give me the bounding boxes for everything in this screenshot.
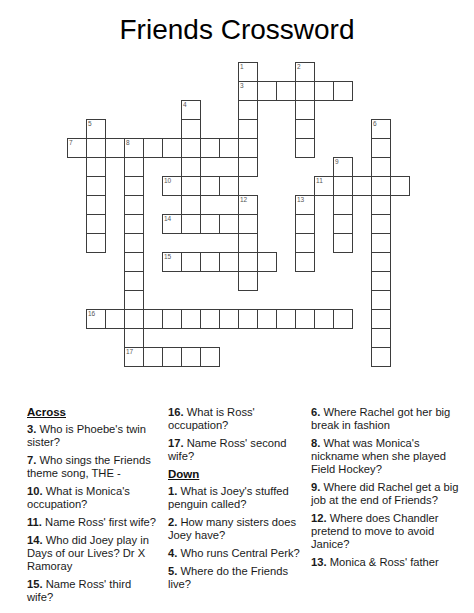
clues-column-3: 6. Where Rachel got her big break in fas… xyxy=(311,406,463,574)
grid-cell-r4c6[interactable] xyxy=(181,138,201,158)
cell-number-9: 9 xyxy=(335,158,339,165)
grid-cell-r1c9[interactable]: 3 xyxy=(238,81,258,101)
grid-cell-r4c1[interactable] xyxy=(86,138,106,158)
grid-cell-r4c12[interactable] xyxy=(295,138,315,158)
grid-cell-r1c11[interactable] xyxy=(276,81,296,101)
grid-cell-r15c5[interactable] xyxy=(162,347,182,367)
grid-cell-r4c16[interactable] xyxy=(371,138,391,158)
grid-cell-r8c9[interactable] xyxy=(238,214,258,234)
grid-cell-r6c3[interactable] xyxy=(124,176,144,196)
grid-cell-r8c12[interactable] xyxy=(295,214,315,234)
grid-cell-r13c5[interactable] xyxy=(162,309,182,329)
grid-cell-r4c7[interactable] xyxy=(200,138,220,158)
grid-cell-r1c14[interactable] xyxy=(333,81,353,101)
grid-cell-r3c1[interactable]: 5 xyxy=(86,119,106,139)
clue-number-label: 8. xyxy=(311,437,320,449)
grid-cell-r13c9[interactable] xyxy=(238,309,258,329)
grid-cell-r8c1[interactable] xyxy=(86,214,106,234)
clues-column-2: 16. What is Ross' occupation?17. Name Ro… xyxy=(168,406,304,596)
grid-cell-r8c6[interactable] xyxy=(181,214,201,234)
grid-cell-r3c9[interactable] xyxy=(238,119,258,139)
clues-column-1: Across3. Who is Phoebe's twin sister?7. … xyxy=(27,406,160,609)
cell-number-10: 10 xyxy=(164,177,171,184)
grid-cell-r6c16[interactable] xyxy=(371,176,391,196)
grid-cell-r9c1[interactable] xyxy=(86,233,106,253)
grid-cell-r10c10[interactable] xyxy=(257,252,277,272)
clue-6: 6. Where Rachel got her big break in fas… xyxy=(311,406,463,432)
grid-cell-r13c8[interactable] xyxy=(219,309,239,329)
grid-cell-r10c6[interactable] xyxy=(181,252,201,272)
grid-cell-r5c6[interactable] xyxy=(181,157,201,177)
grid-cell-r13c3[interactable] xyxy=(124,309,144,329)
grid-cell-r7c9[interactable]: 12 xyxy=(238,195,258,215)
grid-cell-r13c6[interactable] xyxy=(181,309,201,329)
page-title: Friends Crossword xyxy=(0,14,474,46)
clue-2: 2. How many sisters does Joey have? xyxy=(168,516,304,542)
grid-cell-r2c6[interactable]: 4 xyxy=(181,100,201,120)
grid-cell-r13c10[interactable] xyxy=(257,309,277,329)
clue-number-label: 6. xyxy=(311,406,320,418)
grid-cell-r5c9[interactable] xyxy=(238,157,258,177)
clue-number-label: 2. xyxy=(168,516,177,528)
cell-number-8: 8 xyxy=(126,139,130,146)
grid-cell-r6c6[interactable] xyxy=(181,176,201,196)
clue-14: 14. Who did Joey play in Days of our Liv… xyxy=(27,534,160,573)
grid-cell-r6c15[interactable] xyxy=(352,176,372,196)
clue-number-label: 12. xyxy=(311,512,327,524)
grid-cell-r7c6[interactable] xyxy=(181,195,201,215)
grid-cell-r6c1[interactable] xyxy=(86,176,106,196)
grid-cell-r15c7[interactable] xyxy=(200,347,220,367)
grid-cell-r15c6[interactable] xyxy=(181,347,201,367)
cell-number-3: 3 xyxy=(240,82,244,89)
crossword-grid: 1234567891011121314151617 xyxy=(67,62,410,367)
grid-cell-r8c16[interactable] xyxy=(371,214,391,234)
grid-cell-r4c2[interactable] xyxy=(105,138,125,158)
grid-cell-r14c3[interactable] xyxy=(124,328,144,348)
clue-number-label: 1. xyxy=(168,485,177,497)
grid-cell-r6c8[interactable] xyxy=(219,176,239,196)
grid-cell-r4c3[interactable]: 8 xyxy=(124,138,144,158)
grid-cell-r0c12[interactable]: 2 xyxy=(295,62,315,82)
cell-number-5: 5 xyxy=(88,120,92,127)
grid-cell-r13c11[interactable] xyxy=(276,309,296,329)
clue-5: 5. Where do the Friends live? xyxy=(168,565,304,591)
grid-cell-r10c8[interactable] xyxy=(219,252,239,272)
clue-number-label: 14. xyxy=(27,534,43,546)
grid-cell-r7c3[interactable] xyxy=(124,195,144,215)
grid-cell-r13c14[interactable] xyxy=(333,309,353,329)
clue-number-label: 10. xyxy=(27,485,43,497)
cell-number-4: 4 xyxy=(183,101,187,108)
grid-cell-r9c12[interactable] xyxy=(295,233,315,253)
clue-17: 17. Name Ross' second wife? xyxy=(168,437,304,463)
cell-number-2: 2 xyxy=(297,63,301,70)
grid-cell-r10c16[interactable] xyxy=(371,252,391,272)
clue-number-label: 4. xyxy=(168,547,177,559)
grid-cell-r9c14[interactable] xyxy=(333,233,353,253)
cell-number-6: 6 xyxy=(373,120,377,127)
cell-number-13: 13 xyxy=(297,196,304,203)
clue-12: 12. Where does Chandler pretend to move … xyxy=(311,512,463,551)
grid-cell-r15c3[interactable]: 17 xyxy=(124,347,144,367)
grid-cell-r5c16[interactable] xyxy=(371,157,391,177)
grid-cell-r6c17[interactable] xyxy=(390,176,410,196)
clue-number-label: 17. xyxy=(168,437,184,449)
grid-cell-r1c10[interactable] xyxy=(257,81,277,101)
down-header: Down xyxy=(168,468,304,480)
clue-number-label: 9. xyxy=(311,481,320,493)
clue-number-label: 15. xyxy=(27,578,43,590)
clue-9: 9. Where did Rachel get a big job at the… xyxy=(311,481,463,507)
grid-cell-r12c3[interactable] xyxy=(124,290,144,310)
grid-cell-r8c7[interactable] xyxy=(200,214,220,234)
cell-number-1: 1 xyxy=(240,63,244,70)
cell-number-16: 16 xyxy=(88,310,95,317)
grid-cell-r3c12[interactable] xyxy=(295,119,315,139)
clue-number-label: 7. xyxy=(27,454,36,466)
grid-cell-r8c14[interactable] xyxy=(333,214,353,234)
clue-7: 7. Who sings the Friends theme song, THE… xyxy=(27,454,160,480)
grid-cell-r4c9[interactable] xyxy=(238,138,258,158)
grid-cell-r8c3[interactable] xyxy=(124,214,144,234)
grid-cell-r10c3[interactable] xyxy=(124,252,144,272)
clue-number-label: 5. xyxy=(168,565,177,577)
clue-10: 10. What is Monica's occupation? xyxy=(27,485,160,511)
grid-cell-r12c16[interactable] xyxy=(371,290,391,310)
grid-cell-r1c13[interactable] xyxy=(314,81,334,101)
grid-cell-r6c7[interactable] xyxy=(200,176,220,196)
grid-cell-r6c13[interactable]: 11 xyxy=(314,176,334,196)
grid-cell-r9c9[interactable] xyxy=(238,233,258,253)
clue-13: 13. Monica & Ross' father xyxy=(311,556,463,569)
grid-cell-r4c4[interactable] xyxy=(143,138,163,158)
cell-number-11: 11 xyxy=(316,177,323,184)
grid-cell-r2c9[interactable] xyxy=(238,100,258,120)
grid-cell-r10c7[interactable] xyxy=(200,252,220,272)
grid-cell-r15c16[interactable] xyxy=(371,347,391,367)
grid-cell-r13c7[interactable] xyxy=(200,309,220,329)
grid-cell-r7c12[interactable]: 13 xyxy=(295,195,315,215)
grid-cell-r13c16[interactable] xyxy=(371,309,391,329)
grid-cell-r3c6[interactable] xyxy=(181,119,201,139)
grid-cell-r10c9[interactable] xyxy=(238,252,258,272)
grid-cell-r4c0[interactable]: 7 xyxy=(67,138,87,158)
grid-cell-r13c12[interactable] xyxy=(295,309,315,329)
grid-cell-r13c1[interactable]: 16 xyxy=(86,309,106,329)
grid-cell-r10c5[interactable]: 15 xyxy=(162,252,182,272)
grid-cell-r11c3[interactable] xyxy=(124,271,144,291)
cell-number-17: 17 xyxy=(126,348,133,355)
grid-cell-r7c1[interactable] xyxy=(86,195,106,215)
grid-cell-r8c8[interactable] xyxy=(219,214,239,234)
grid-cell-r9c3[interactable] xyxy=(124,233,144,253)
grid-cell-r5c14[interactable]: 9 xyxy=(333,157,353,177)
clue-11: 11. Name Ross' first wife? xyxy=(27,516,160,529)
grid-cell-r9c16[interactable] xyxy=(371,233,391,253)
grid-cell-r5c1[interactable] xyxy=(86,157,106,177)
clue-8: 8. What was Monica's nickname when she p… xyxy=(311,437,463,476)
cell-number-14: 14 xyxy=(164,215,171,222)
grid-cell-r5c3[interactable] xyxy=(124,157,144,177)
clue-4: 4. Who runs Central Perk? xyxy=(168,547,304,560)
grid-cell-r10c12[interactable] xyxy=(295,252,315,272)
grid-cell-r2c12[interactable] xyxy=(295,100,315,120)
clue-3: 3. Who is Phoebe's twin sister? xyxy=(27,423,160,449)
clue-number-label: 11. xyxy=(27,516,42,528)
grid-cell-r6c14[interactable] xyxy=(333,176,353,196)
grid-cell-r3c16[interactable]: 6 xyxy=(371,119,391,139)
grid-cell-r7c16[interactable] xyxy=(371,195,391,215)
cell-number-12: 12 xyxy=(240,196,247,203)
clue-15: 15. Name Ross' third wife? xyxy=(27,578,160,604)
clue-number-label: 13. xyxy=(311,556,327,568)
grid-cell-r14c16[interactable] xyxy=(371,328,391,348)
grid-cell-r0c9[interactable]: 1 xyxy=(238,62,258,82)
clue-1: 1. What is Joey's stuffed penguin called… xyxy=(168,485,304,511)
clue-number-label: 16. xyxy=(168,406,184,418)
grid-cell-r13c2[interactable] xyxy=(105,309,125,329)
grid-cell-r4c5[interactable] xyxy=(162,138,182,158)
grid-cell-r13c4[interactable] xyxy=(143,309,163,329)
grid-cell-r8c5[interactable]: 14 xyxy=(162,214,182,234)
grid-cell-r1c12[interactable] xyxy=(295,81,315,101)
grid-cell-r15c4[interactable] xyxy=(143,347,163,367)
grid-cell-r11c9[interactable] xyxy=(238,271,258,291)
cell-number-7: 7 xyxy=(69,139,73,146)
across-header: Across xyxy=(27,406,160,418)
grid-cell-r4c8[interactable] xyxy=(219,138,239,158)
grid-cell-r13c13[interactable] xyxy=(314,309,334,329)
grid-cell-r6c5[interactable]: 10 xyxy=(162,176,182,196)
grid-cell-r7c14[interactable] xyxy=(333,195,353,215)
grid-cell-r11c16[interactable] xyxy=(371,271,391,291)
clue-number-label: 3. xyxy=(27,423,36,435)
cell-number-15: 15 xyxy=(164,253,171,260)
clue-16: 16. What is Ross' occupation? xyxy=(168,406,304,432)
